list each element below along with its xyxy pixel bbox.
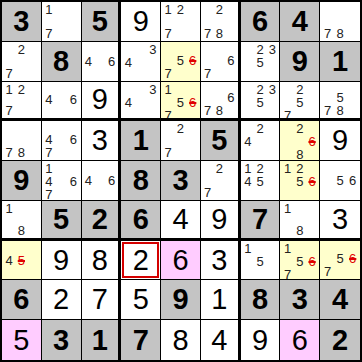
cell-r2c6[interactable]: 67 — [201, 42, 241, 82]
candidate-grid: 235 — [241, 82, 280, 119]
candidate-digit: 7 — [321, 265, 334, 278]
candidate-digit: 8 — [294, 224, 306, 237]
cell-r6c4[interactable]: 6 — [121, 201, 161, 241]
candidate-grid: 46 — [82, 161, 119, 200]
cell-r8c5[interactable]: 9 — [161, 280, 201, 320]
cell-r5c4[interactable]: 8 — [121, 161, 161, 201]
candidate-digit: 7 — [281, 268, 293, 281]
solved-digit: 1 — [211, 285, 227, 314]
candidate-grid: 235 — [241, 42, 280, 81]
given-digit: 9 — [13, 166, 29, 195]
candidate-digit: 7 — [202, 186, 214, 199]
candidate-grid: 576 — [320, 241, 360, 280]
candidate-grid: 46 — [82, 42, 119, 81]
candidate-digit: 4 — [122, 56, 134, 69]
candidate-digit: 2 — [294, 83, 306, 96]
candidate-digit: 7 — [162, 67, 174, 80]
candidate-grid: 1576 — [161, 82, 200, 119]
cell-r7c2[interactable]: 9 — [42, 241, 82, 281]
candidate-grid: 45 — [2, 241, 41, 280]
candidate-digit: 2 — [174, 122, 186, 135]
cell-r5c6[interactable]: 27 — [201, 161, 241, 201]
solved-digit: 5 — [133, 285, 149, 314]
cell-r1c9[interactable]: 78 — [320, 2, 360, 42]
candidate-digit: 7 — [202, 104, 214, 117]
candidate-digit: 6 — [106, 55, 118, 68]
candidate-grid: 27 — [201, 161, 238, 200]
cell-r3c2[interactable]: 46 — [42, 82, 82, 122]
sudoku-board: 3175912727864782784634576672359112746934… — [0, 0, 362, 362]
solved-digit: 3 — [332, 205, 348, 234]
cell-r9c1[interactable]: 5 — [2, 320, 42, 360]
given-digit: 6 — [252, 7, 268, 36]
candidate-digit: 8 — [213, 27, 225, 40]
candidate-digit: 1 — [162, 83, 174, 96]
candidate-digit: 4 — [122, 96, 134, 109]
cell-r4c5[interactable]: 27 — [161, 121, 201, 161]
cell-r4c8[interactable]: 286 — [280, 121, 320, 161]
candidate-digit: 5 — [174, 96, 186, 109]
cell-r8c3[interactable]: 7 — [82, 280, 122, 320]
candidate-digit: 2 — [254, 122, 266, 135]
solved-digit: 4 — [172, 205, 188, 234]
eliminated-candidate-digit: 6 — [187, 96, 199, 109]
candidate-digit: 1 — [43, 3, 55, 16]
candidate-digit: 7 — [202, 67, 214, 80]
solved-digit: 3 — [211, 246, 227, 275]
candidate-digit: 5 — [254, 175, 266, 188]
cell-r7c5[interactable]: 6 — [161, 241, 201, 281]
candidate-digit: 7 — [43, 146, 55, 159]
given-digit: 3 — [172, 166, 188, 195]
cell-r8c7[interactable]: 8 — [241, 280, 281, 320]
candidate-digit: 2 — [294, 122, 306, 135]
candidate-grid: 34 — [121, 42, 160, 81]
candidate-grid: 46 — [42, 82, 81, 119]
given-digit: 5 — [92, 7, 108, 36]
candidate-digit: 2 — [15, 43, 27, 56]
given-digit: 3 — [292, 285, 308, 314]
candidate-digit: 7 — [43, 188, 55, 201]
candidate-digit: 7 — [202, 27, 214, 40]
cell-r3c1[interactable]: 127 — [2, 82, 42, 122]
given-digit: 4 — [292, 7, 308, 36]
candidate-grid: 18 — [2, 201, 41, 238]
solved-digit: 2 — [53, 285, 69, 314]
cell-r9c7[interactable]: 9 — [241, 320, 281, 360]
cell-r1c1[interactable]: 3 — [2, 2, 42, 42]
candidate-digit: 7 — [321, 27, 334, 40]
given-digit: 3 — [13, 7, 29, 36]
cell-r9c3[interactable]: 1 — [82, 320, 122, 360]
candidate-grid: 578 — [320, 82, 360, 119]
candidate-digit: 2 — [254, 83, 266, 96]
given-digit: 1 — [332, 47, 348, 76]
cell-r4c2[interactable]: 467 — [42, 121, 82, 161]
cell-r4c3[interactable]: 3 — [82, 121, 122, 161]
eliminated-candidate-digit: 6 — [306, 135, 318, 148]
cell-r2c4[interactable]: 34 — [121, 42, 161, 82]
candidate-grid: 78 — [2, 121, 41, 160]
solved-digit: 5 — [13, 326, 29, 355]
cell-r1c4[interactable]: 9 — [121, 2, 161, 42]
cell-r3c8[interactable]: 257 — [280, 82, 320, 122]
cell-r7c4[interactable]: 2 — [121, 241, 161, 281]
candidate-digit: 1 — [281, 162, 293, 175]
given-digit: 7 — [133, 326, 149, 355]
candidate-grid: 27 — [161, 121, 200, 160]
cell-r8c1[interactable]: 6 — [2, 280, 42, 320]
solved-digit: 8 — [92, 246, 108, 275]
cell-r6c5[interactable]: 4 — [161, 201, 201, 241]
cell-r9c4[interactable]: 7 — [121, 320, 161, 360]
candidate-grid: 27 — [2, 42, 41, 81]
candidate-digit: 2 — [213, 3, 225, 16]
cell-r2c7[interactable]: 235 — [241, 42, 281, 82]
cell-r9c8[interactable]: 6 — [280, 320, 320, 360]
solved-digit: 9 — [53, 246, 69, 275]
candidate-grid: 34 — [121, 82, 160, 119]
candidate-digit: 6 — [67, 93, 79, 106]
candidate-grid: 78 — [320, 2, 360, 41]
eliminated-candidate-digit: 5 — [15, 254, 27, 267]
candidate-digit: 1 — [162, 3, 174, 16]
candidate-grid: 257 — [280, 82, 319, 119]
candidate-grid: 286 — [280, 121, 319, 160]
candidate-digit: 4 — [43, 93, 55, 106]
cell-r5c7[interactable]: 1245 — [241, 161, 281, 201]
cell-r8c4[interactable]: 5 — [121, 280, 161, 320]
solved-digit: 8 — [172, 326, 188, 355]
cell-r8c8[interactable]: 3 — [280, 280, 320, 320]
cell-r4c4[interactable]: 1 — [121, 121, 161, 161]
eliminated-candidate-digit: 6 — [346, 252, 359, 265]
candidate-digit: 7 — [43, 27, 55, 40]
candidate-digit: 6 — [67, 133, 79, 146]
candidate-digit: 7 — [162, 27, 174, 40]
candidate-grid: 1576 — [280, 241, 319, 280]
candidate-digit: 4 — [3, 254, 15, 267]
candidate-grid: 24 — [241, 121, 280, 160]
cell-r7c9[interactable]: 576 — [320, 241, 360, 281]
cell-r8c6[interactable]: 1 — [201, 280, 241, 320]
given-digit: 5 — [211, 126, 227, 155]
candidate-grid: 18 — [280, 201, 319, 238]
cell-r7c6[interactable]: 3 — [201, 241, 241, 281]
cell-r7c3[interactable]: 8 — [82, 241, 122, 281]
given-digit: 7 — [252, 205, 268, 234]
cell-r5c1[interactable]: 9 — [2, 161, 42, 201]
candidate-digit: 2 — [213, 162, 225, 175]
given-digit: 1 — [92, 326, 108, 355]
candidate-digit: 4 — [83, 174, 95, 187]
candidate-digit: 8 — [213, 104, 225, 117]
candidate-digit: 3 — [266, 43, 278, 56]
cell-r1c7[interactable]: 6 — [241, 2, 281, 42]
given-digit: 6 — [133, 205, 149, 234]
candidate-grid: 278 — [201, 2, 238, 41]
cell-r6c2[interactable]: 5 — [42, 201, 82, 241]
candidate-digit: 1 — [281, 242, 293, 255]
candidate-digit: 6 — [225, 54, 237, 67]
candidate-digit: 7 — [321, 104, 334, 117]
solved-digit: 4 — [211, 326, 227, 355]
candidate-digit: 1 — [242, 242, 254, 255]
candidate-grid: 67 — [201, 42, 238, 81]
cell-r2c3[interactable]: 46 — [82, 42, 122, 82]
candidate-digit: 8 — [334, 27, 347, 40]
cell-r5c8[interactable]: 1256 — [280, 161, 320, 201]
eliminated-candidate-digit: 6 — [187, 54, 199, 67]
solved-digit: 9 — [252, 326, 268, 355]
cell-r9c9[interactable]: 2 — [320, 320, 360, 360]
candidate-grid: 576 — [161, 42, 200, 81]
given-digit: 8 — [53, 47, 69, 76]
cell-r6c6[interactable]: 9 — [201, 201, 241, 241]
cell-r1c3[interactable]: 5 — [82, 2, 122, 42]
candidate-digit: 6 — [67, 175, 79, 188]
candidate-grid: 127 — [2, 82, 41, 119]
cell-r6c3[interactable]: 2 — [82, 201, 122, 241]
cell-r3c4[interactable]: 34 — [121, 82, 161, 122]
candidate-digit: 5 — [294, 96, 306, 109]
given-digit: 9 — [292, 47, 308, 76]
solved-digit: 9 — [133, 7, 149, 36]
given-digit: 2 — [332, 326, 348, 355]
cell-r6c7[interactable]: 7 — [241, 201, 281, 241]
candidate-digit: 7 — [3, 104, 15, 117]
eliminated-candidate-digit: 6 — [306, 255, 318, 268]
solved-digit: 7 — [92, 285, 108, 314]
solved-digit: 9 — [92, 85, 108, 114]
given-digit: 3 — [53, 326, 69, 355]
cell-r3c3[interactable]: 9 — [82, 82, 122, 122]
candidate-grid: 17 — [42, 2, 81, 41]
cell-r2c8[interactable]: 9 — [280, 42, 320, 82]
cell-r6c1[interactable]: 18 — [2, 201, 42, 241]
cell-r7c7[interactable]: 15 — [241, 241, 281, 281]
candidate-grid: 15 — [241, 241, 280, 280]
candidate-grid: 127 — [161, 2, 200, 41]
cell-r7c1[interactable]: 45 — [2, 241, 42, 281]
cell-r4c7[interactable]: 24 — [241, 121, 281, 161]
candidate-grid: 1256 — [280, 161, 319, 200]
candidate-digit: 2 — [15, 83, 27, 96]
given-digit: 8 — [252, 285, 268, 314]
candidate-grid: 678 — [201, 82, 238, 119]
cell-r6c8[interactable]: 18 — [280, 201, 320, 241]
candidate-grid: 56 — [320, 161, 360, 200]
candidate-digit: 3 — [266, 83, 278, 96]
cell-r1c8[interactable]: 4 — [280, 2, 320, 42]
given-digit: 5 — [53, 205, 69, 234]
cell-r5c3[interactable]: 46 — [82, 161, 122, 201]
cell-r6c9[interactable]: 3 — [320, 201, 360, 241]
cell-r5c2[interactable]: 1467 — [42, 161, 82, 201]
candidate-digit: 4 — [242, 175, 254, 188]
candidate-digit: 2 — [174, 3, 186, 16]
candidate-digit: 5 — [294, 255, 306, 268]
candidate-digit: 7 — [3, 67, 15, 80]
cell-r8c2[interactable]: 2 — [42, 280, 82, 320]
given-digit: 1 — [133, 126, 149, 155]
cell-r2c2[interactable]: 8 — [42, 42, 82, 82]
cell-r3c9[interactable]: 578 — [320, 82, 360, 122]
candidate-digit: 8 — [334, 104, 347, 117]
candidate-digit: 1 — [281, 202, 293, 215]
eliminated-candidate-digit: 6 — [306, 175, 318, 188]
candidate-digit: 5 — [334, 252, 347, 265]
candidate-digit: 5 — [254, 96, 266, 109]
solved-digit: 3 — [92, 126, 108, 155]
cell-r4c6[interactable]: 5 — [201, 121, 241, 161]
given-digit: 2 — [92, 205, 108, 234]
cell-r4c9[interactable]: 9 — [320, 121, 360, 161]
cell-r2c5[interactable]: 576 — [161, 42, 201, 82]
candidate-digit: 8 — [15, 146, 27, 159]
candidate-digit: 6 — [346, 174, 359, 187]
cell-r3c5[interactable]: 1576 — [161, 82, 201, 122]
solved-digit: 6 — [172, 246, 188, 275]
candidate-digit: 6 — [106, 174, 118, 187]
solved-digit: 2 — [133, 246, 149, 275]
cell-r9c6[interactable]: 4 — [201, 320, 241, 360]
candidate-digit: 5 — [334, 174, 347, 187]
candidate-digit: 8 — [294, 148, 306, 161]
given-digit: 9 — [172, 285, 188, 314]
cell-r5c9[interactable]: 56 — [320, 161, 360, 201]
candidate-digit: 8 — [15, 224, 27, 237]
candidate-digit: 4 — [83, 55, 95, 68]
candidate-digit: 7 — [162, 109, 174, 122]
candidate-digit: 5 — [294, 175, 306, 188]
cell-r1c6[interactable]: 278 — [201, 2, 241, 42]
candidate-digit: 7 — [162, 146, 174, 159]
cell-r2c1[interactable]: 27 — [2, 42, 42, 82]
given-digit: 4 — [332, 285, 348, 314]
candidate-digit: 5 — [254, 56, 266, 69]
candidate-digit: 6 — [225, 91, 237, 104]
cell-r9c2[interactable]: 3 — [42, 320, 82, 360]
cell-r1c2[interactable]: 17 — [42, 2, 82, 42]
cell-r3c7[interactable]: 235 — [241, 82, 281, 122]
given-digit: 6 — [13, 285, 29, 314]
candidate-digit: 3 — [147, 43, 159, 56]
candidate-digit: 2 — [254, 43, 266, 56]
solved-digit: 9 — [211, 205, 227, 234]
candidate-digit: 3 — [147, 83, 159, 96]
given-digit: 8 — [133, 166, 149, 195]
cell-r1c5[interactable]: 127 — [161, 2, 201, 42]
candidate-grid: 1467 — [42, 161, 81, 200]
cell-r4c1[interactable]: 78 — [2, 121, 42, 161]
candidate-grid: 467 — [42, 121, 81, 160]
candidate-digit: 5 — [174, 54, 186, 67]
solved-digit: 9 — [332, 126, 348, 155]
candidate-grid: 1245 — [241, 161, 280, 200]
cell-r2c9[interactable]: 1 — [320, 42, 360, 82]
cell-r8c9[interactable]: 4 — [320, 280, 360, 320]
candidate-digit: 7 — [281, 109, 293, 122]
solved-digit: 6 — [292, 326, 308, 355]
cell-r3c6[interactable]: 678 — [201, 82, 241, 122]
candidate-digit: 4 — [242, 135, 254, 148]
cell-r9c5[interactable]: 8 — [161, 320, 201, 360]
cell-r7c8[interactable]: 1576 — [280, 241, 320, 281]
cell-r5c5[interactable]: 3 — [161, 161, 201, 201]
candidate-digit: 7 — [3, 146, 15, 159]
candidate-digit: 1 — [3, 202, 15, 215]
candidate-digit: 5 — [254, 255, 266, 268]
candidate-digit: 1 — [3, 83, 15, 96]
